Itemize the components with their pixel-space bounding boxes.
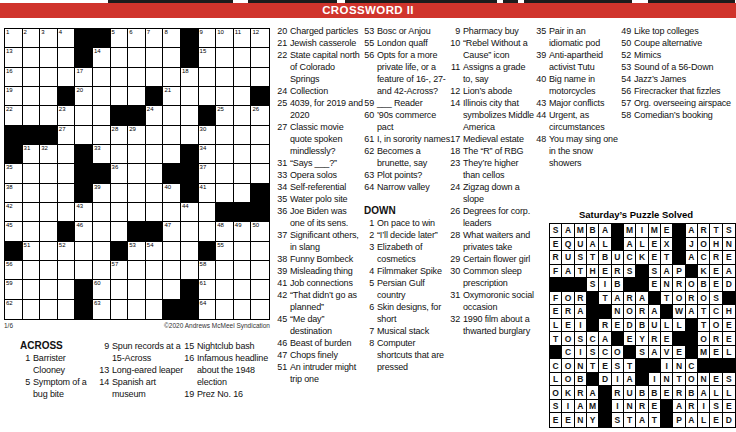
clue-number: 47 <box>277 349 290 361</box>
grid-cell-r7c8[interactable] <box>128 145 146 164</box>
cell-number: 12 <box>252 29 259 36</box>
cell-number: 8 <box>164 29 167 36</box>
grid-cell-r8c8[interactable] <box>128 164 146 183</box>
solved-cell-r7c1: E <box>550 305 562 319</box>
solved-cell-r12c10: N <box>661 373 673 387</box>
grid-cell-r12c12 <box>199 242 217 261</box>
grid-cell-r6c12[interactable]: 30 <box>199 126 217 145</box>
grid-cell-r7c7[interactable] <box>111 145 129 164</box>
grid-cell-r6c9[interactable] <box>146 126 164 145</box>
grid-cell-r8c4[interactable] <box>58 164 76 183</box>
cell-number: 31 <box>24 145 31 152</box>
grid-cell-r1c13[interactable]: 10 <box>216 29 234 48</box>
clue-number: 1 <box>20 352 33 376</box>
grid-cell-r6c3 <box>40 126 58 145</box>
grid-cell-r1c8[interactable]: 6 <box>128 29 146 48</box>
grid-cell-r15c9[interactable] <box>146 300 164 319</box>
grid-cell-r4c5[interactable]: 20 <box>75 87 93 106</box>
grid-cell-r6c14[interactable] <box>234 126 252 145</box>
clue-number: 12 <box>450 85 463 97</box>
grid-cell-r13c3[interactable] <box>40 261 58 280</box>
solved-cell-r10c7 <box>624 346 636 360</box>
grid-cell-r5c3[interactable] <box>40 106 58 125</box>
grid-cell-r7c9[interactable] <box>146 145 164 164</box>
grid-cell-r5c2[interactable] <box>23 106 41 125</box>
grid-cell-r13c14[interactable] <box>234 261 252 280</box>
grid-cell-r6c7[interactable]: 28 <box>111 126 129 145</box>
grid-cell-r15c13[interactable] <box>216 300 234 319</box>
solved-cell-r11c6: S <box>612 359 624 373</box>
clue-across-35: 35Water polo site <box>277 193 363 205</box>
solved-cell-r10c3: I <box>575 346 587 360</box>
clue-across-16: 16Infamous headline about the 1948 elect… <box>184 352 270 388</box>
solved-cell-r3c1: R <box>550 251 562 265</box>
grid-cell-r15c3[interactable] <box>40 300 58 319</box>
grid-cell-r5c10[interactable] <box>163 106 181 125</box>
grid-cell-r3c2[interactable] <box>23 68 41 87</box>
grid-cell-r10c10[interactable] <box>163 203 181 222</box>
grid-cell-r1c9[interactable]: 7 <box>146 29 164 48</box>
grid-cell-r11c11[interactable] <box>181 222 199 241</box>
clue-across-33: 33Opera solos <box>277 169 363 181</box>
grid-cell-r1c7[interactable]: 5 <box>111 29 129 48</box>
grid-cell-r10c8[interactable] <box>128 203 146 222</box>
grid-cell-r10c7[interactable] <box>111 203 129 222</box>
grid-cell-r5c1[interactable]: 22 <box>5 106 23 125</box>
clue-number: 50 <box>621 37 634 49</box>
grid-cell-r4c14[interactable] <box>234 87 252 106</box>
clue-number: 52 <box>621 49 634 61</box>
grid-cell-r8c13[interactable] <box>216 164 234 183</box>
clue-text: Common sleep prescription <box>463 265 537 289</box>
grid-cell-r13c4[interactable] <box>58 261 76 280</box>
clue-text: Classic movie quote spoken mindlessly? <box>290 121 363 157</box>
solved-cell-r13c7: U <box>624 386 636 400</box>
solved-cell-r15c9: T <box>649 413 661 427</box>
grid-cell-r3c3[interactable] <box>40 68 58 87</box>
grid-cell-r8c14[interactable] <box>234 164 252 183</box>
cell-number: 36 <box>112 164 119 171</box>
clue-down-9: 9Pharmacy buy <box>450 25 537 37</box>
clue-number: 31 <box>450 289 463 313</box>
clue-number: 63 <box>364 169 377 181</box>
cell-number: 37 <box>200 164 207 171</box>
grid-cell-r7c12[interactable]: 34 <box>199 145 217 164</box>
grid-cell-r9c1[interactable]: 38 <box>5 184 23 203</box>
grid-cell-r14c8[interactable] <box>128 280 146 299</box>
grid-cell-r2c2[interactable] <box>23 48 41 67</box>
grid-cell-r10c9[interactable] <box>146 203 164 222</box>
grid-cell-r8c3[interactable] <box>40 164 58 183</box>
grid-cell-r2c12[interactable]: 15 <box>199 48 217 67</box>
clue-text: Plot points? <box>377 169 451 181</box>
grid-cell-r5c14[interactable] <box>234 106 252 125</box>
clue-text: Anti-apartheid activist Tutu <box>549 49 622 73</box>
grid-cell-r14c13[interactable] <box>216 280 234 299</box>
grid-cell-r3c9[interactable] <box>146 68 164 87</box>
grid-cell-r12c4[interactable]: 52 <box>58 242 76 261</box>
clue-down-49: 49Like top colleges <box>621 25 735 37</box>
solved-cell-r6c11: O <box>673 292 685 306</box>
solved-cell-r5c14: E <box>710 278 722 292</box>
grid-cell-r4c10[interactable]: 21 <box>163 87 181 106</box>
grid-cell-r3c8[interactable] <box>128 68 146 87</box>
grid-cell-r13c5[interactable] <box>75 261 93 280</box>
solved-cell-r7c7: O <box>624 305 636 319</box>
solved-cell-r13c12: B <box>686 386 698 400</box>
grid-cell-r13c10[interactable] <box>163 261 181 280</box>
grid-cell-r10c2[interactable] <box>23 203 41 222</box>
solved-cell-r6c3: R <box>575 292 587 306</box>
grid-cell-r15c2[interactable] <box>23 300 41 319</box>
cell-number: 53 <box>129 242 136 249</box>
grid-cell-r14c1[interactable]: 59 <box>5 280 23 299</box>
grid-cell-r10c4[interactable] <box>58 203 76 222</box>
grid-cell-r14c3[interactable] <box>40 280 58 299</box>
grid-cell-r2c9[interactable] <box>146 48 164 67</box>
clue-number: 53 <box>621 61 634 73</box>
grid-cell-r12c8[interactable]: 53 <box>128 242 146 261</box>
grid-cell-r12c13[interactable]: 55 <box>216 242 234 261</box>
grid-cell-r5c5[interactable] <box>75 106 93 125</box>
grid-cell-r4c2[interactable] <box>23 87 41 106</box>
grid-cell-r10c3[interactable] <box>40 203 58 222</box>
grid-cell-r11c4 <box>58 222 76 241</box>
grid-cell-r13c2[interactable] <box>23 261 41 280</box>
grid-cell-r12c11[interactable] <box>181 242 199 261</box>
clue-text: Funny Bombeck <box>290 253 363 265</box>
grid-cell-r11c7[interactable] <box>111 222 129 241</box>
grid-cell-r2c1[interactable]: 13 <box>5 48 23 67</box>
clue-number: 64 <box>364 181 377 193</box>
solved-cell-r13c4: A <box>587 386 599 400</box>
clue-down-3: 3Elizabeth of cosmetics <box>364 241 451 265</box>
grid-cell-r14c4[interactable] <box>58 280 76 299</box>
clue-text: On pace to win <box>377 217 451 229</box>
clue-down-29: 29Certain flower girl <box>450 253 537 265</box>
grid-cell-r6c5[interactable] <box>75 126 93 145</box>
grid-cell-r2c6[interactable]: 14 <box>93 48 111 67</box>
grid-cell-r7c6[interactable]: 33 <box>93 145 111 164</box>
grid-cell-r6c6[interactable] <box>93 126 111 145</box>
grid-cell-r9c12[interactable]: 41 <box>199 184 217 203</box>
solved-cell-r4c2: A <box>562 265 574 279</box>
grid-cell-r5c11[interactable] <box>181 106 199 125</box>
cell-number: 10 <box>217 29 224 36</box>
grid-cell-r15c7[interactable] <box>111 300 129 319</box>
grid-cell-r9c9[interactable] <box>146 184 164 203</box>
grid-cell-r4c8[interactable] <box>128 87 146 106</box>
grid-cell-r14c15[interactable] <box>251 280 269 299</box>
grid-cell-r2c15[interactable] <box>251 48 269 67</box>
grid-cell-r5c9[interactable]: 24 <box>146 106 164 125</box>
grid-cell-r3c6[interactable] <box>93 68 111 87</box>
grid-cell-r14c14[interactable] <box>234 280 252 299</box>
clue-number: 33 <box>277 169 290 181</box>
grid-cell-r9c10[interactable]: 40 <box>163 184 181 203</box>
grid-cell-r10c1[interactable]: 42 <box>5 203 23 222</box>
grid-cell-r14c6[interactable]: 60 <box>93 280 111 299</box>
grid-cell-r3c10[interactable] <box>163 68 181 87</box>
grid-cell-r13c7[interactable]: 57 <box>111 261 129 280</box>
solved-cell-r1c1: S <box>550 224 562 238</box>
grid-cell-r3c4[interactable] <box>58 68 76 87</box>
grid-cell-r8c9[interactable] <box>146 164 164 183</box>
grid-cell-r7c11 <box>181 145 199 164</box>
grid-cell-r15c8[interactable] <box>128 300 146 319</box>
grid-cell-r10c5[interactable]: 43 <box>75 203 93 222</box>
solved-cell-r6c15 <box>723 292 735 306</box>
grid-cell-r8c15[interactable] <box>251 164 269 183</box>
grid-cell-r8c2[interactable] <box>23 164 41 183</box>
clue-text: Jazz’s James <box>634 73 735 85</box>
grid-cell-r8c12[interactable]: 37 <box>199 164 217 183</box>
grid-cell-r12c9[interactable]: 54 <box>146 242 164 261</box>
grid-cell-r3c5[interactable]: 17 <box>75 68 93 87</box>
grid-cell-r12c2[interactable]: 51 <box>23 242 41 261</box>
grid-cell-r4c13[interactable] <box>216 87 234 106</box>
cell-number: 39 <box>94 184 101 191</box>
grid-cell-r4c12[interactable] <box>199 87 217 106</box>
clue-text: Sound of a 56-Down <box>634 61 735 73</box>
solved-cell-r4c10: A <box>661 265 673 279</box>
grid-cell-r5c4[interactable]: 23 <box>58 106 76 125</box>
grid-cell-r6c8[interactable]: 29 <box>128 126 146 145</box>
grid-cell-r4c11[interactable] <box>181 87 199 106</box>
solved-cell-r2c14: H <box>710 238 722 252</box>
solved-cell-r8c14: O <box>710 319 722 333</box>
grid-cell-r4c3[interactable] <box>40 87 58 106</box>
grid-cell-r13c15[interactable] <box>251 261 269 280</box>
clue-down-39: 39Anti-apartheid activist Tutu <box>536 49 622 73</box>
grid-cell-r9c7[interactable] <box>111 184 129 203</box>
grid-cell-r3c7[interactable] <box>111 68 129 87</box>
grid-cell-r15c4[interactable] <box>58 300 76 319</box>
cell-number: 47 <box>164 222 171 229</box>
cell-number: 40 <box>164 184 171 191</box>
grid-cell-r6c11[interactable] <box>181 126 199 145</box>
clue-text: Self-referential <box>290 181 363 193</box>
grid-cell-r15c12[interactable]: 64 <box>199 300 217 319</box>
grid-cell-r2c3[interactable] <box>40 48 58 67</box>
cell-number: 3 <box>41 29 44 36</box>
grid-cell-r10c12[interactable] <box>199 203 217 222</box>
grid-cell-r9c2[interactable] <box>23 184 41 203</box>
grid-cell-r12c3[interactable] <box>40 242 58 261</box>
grid-cell-r1c2[interactable]: 2 <box>23 29 41 48</box>
clue-down-11: 11Assigns a grade to, say <box>450 61 537 85</box>
grid-cell-r1c10[interactable]: 8 <box>163 29 181 48</box>
solved-cell-r14c11: A <box>673 400 685 414</box>
grid-cell-r14c12[interactable]: 61 <box>199 280 217 299</box>
clue-number: 14 <box>99 376 112 400</box>
grid-cell-r14c7[interactable] <box>111 280 129 299</box>
clue-number: 2 <box>364 229 377 241</box>
solved-cell-r12c8 <box>636 373 648 387</box>
solved-cell-r3c11 <box>673 251 685 265</box>
grid-cell-r9c4[interactable] <box>58 184 76 203</box>
grid-cell-r13c12[interactable]: 58 <box>199 261 217 280</box>
grid-cell-r2c10[interactable] <box>163 48 181 67</box>
solved-cell-r2c2: Q <box>562 238 574 252</box>
grid-cell-r1c3[interactable]: 3 <box>40 29 58 48</box>
grid-cell-r10c11[interactable]: 44 <box>181 203 199 222</box>
grid-cell-r13c6[interactable] <box>93 261 111 280</box>
grid-cell-r11c1[interactable]: 45 <box>5 222 23 241</box>
grid-cell-r15c1[interactable]: 62 <box>5 300 23 319</box>
grid-cell-r1c15[interactable]: 12 <box>251 29 269 48</box>
solved-puzzle-grid: SAMBAMIMEARTSEQUALALEXJOHNRUSTBUCKETACRE… <box>549 223 736 428</box>
grid-cell-r1c1[interactable]: 1 <box>5 29 23 48</box>
grid-cell-r14c2[interactable] <box>23 280 41 299</box>
grid-cell-r4c7[interactable] <box>111 87 129 106</box>
grid-cell-r6c13[interactable] <box>216 126 234 145</box>
clue-text: An intruder might trip one <box>290 361 363 385</box>
clue-across-42: 42“That didn’t go as planned” <box>277 289 363 313</box>
solved-cell-r5c5: I <box>599 278 611 292</box>
solved-cell-r2c8: L <box>636 238 648 252</box>
grid-cell-r13c13[interactable] <box>216 261 234 280</box>
grid-cell-r11c15[interactable]: 50 <box>251 222 269 241</box>
solved-cell-r8c6: E <box>612 319 624 333</box>
solved-cell-r14c9: E <box>649 400 661 414</box>
grid-cell-r6c4[interactable]: 27 <box>58 126 76 145</box>
grid-cell-r6c10[interactable] <box>163 126 181 145</box>
solved-cell-r11c15 <box>723 359 735 373</box>
solved-cell-r1c10: E <box>661 224 673 238</box>
grid-cell-r14c10[interactable] <box>163 280 181 299</box>
clue-text: Mimics <box>634 49 735 61</box>
grid-cell-r5c13[interactable]: 25 <box>216 106 234 125</box>
grid-cell-r8c7[interactable]: 36 <box>111 164 129 183</box>
grid-cell-r7c2[interactable]: 31 <box>23 145 41 164</box>
solved-cell-r13c9: B <box>649 386 661 400</box>
grid-cell-r12c14[interactable] <box>234 242 252 261</box>
grid-cell-r2c8[interactable] <box>128 48 146 67</box>
solved-cell-r9c10: E <box>661 332 673 346</box>
grid-cell-r3c14[interactable] <box>234 68 252 87</box>
grid-cell-r9c8[interactable] <box>128 184 146 203</box>
grid-cell-r7c10[interactable] <box>163 145 181 164</box>
grid-cell-r15c11 <box>181 300 199 319</box>
solved-cell-r5c15: D <box>723 278 735 292</box>
grid-cell-r1c12[interactable]: 9 <box>199 29 217 48</box>
solved-cell-r4c1: F <box>550 265 562 279</box>
grid-cell-r9c3[interactable] <box>40 184 58 203</box>
solved-cell-r6c1: F <box>550 292 562 306</box>
solved-cell-r5c8 <box>636 278 648 292</box>
clue-across-60: 60’90s commerce pact <box>364 109 451 133</box>
clue-number: 55 <box>364 37 377 49</box>
grid-cell-r13c11[interactable] <box>181 261 199 280</box>
solved-cell-r15c1: E <box>550 413 562 427</box>
clue-number: 49 <box>621 25 634 37</box>
clue-text: Major conflicts <box>549 97 622 109</box>
puzzle-grid[interactable]: 1234567891011121314151617181920212223242… <box>4 28 270 320</box>
grid-cell-r4c1[interactable]: 19 <box>5 87 23 106</box>
grid-cell-r3c13[interactable] <box>216 68 234 87</box>
grid-cell-r7c13[interactable] <box>216 145 234 164</box>
grid-cell-r7c4[interactable] <box>58 145 76 164</box>
grid-cell-r11c12[interactable] <box>199 222 217 241</box>
grid-cell-r11c3[interactable] <box>40 222 58 241</box>
clue-text: Zigzag down a slope <box>463 181 537 205</box>
grid-cell-r15c6[interactable]: 63 <box>93 300 111 319</box>
clue-down-44: 44Urgent, as circumstances <box>536 109 622 133</box>
clue-number: 8 <box>364 337 377 373</box>
grid-cell-r8c1[interactable]: 35 <box>5 164 23 183</box>
grid-cell-r4c6[interactable] <box>93 87 111 106</box>
grid-cell-r11c14[interactable]: 49 <box>234 222 252 241</box>
solved-cell-r13c11: R <box>673 386 685 400</box>
grid-cell-r14c9[interactable] <box>146 280 164 299</box>
clue-text: Musical stack <box>377 325 451 337</box>
grid-cell-r3c11[interactable]: 18 <box>181 68 199 87</box>
grid-cell-r11c2[interactable] <box>23 222 41 241</box>
grid-cell-r3c15[interactable] <box>251 68 269 87</box>
grid-cell-r1c14[interactable]: 11 <box>234 29 252 48</box>
grid-cell-r6c15[interactable] <box>251 126 269 145</box>
grid-cell-r7c14[interactable] <box>234 145 252 164</box>
cell-number: 56 <box>6 261 13 268</box>
solved-puzzle-title: Saturday’s Puzzle Solved <box>536 209 736 220</box>
clue-across-55: 55London quaff <box>364 37 451 49</box>
solved-cell-r8c8: B <box>636 319 648 333</box>
clue-number: 62 <box>364 145 377 169</box>
cell-number: 62 <box>6 300 13 307</box>
grid-cell-r11c5[interactable]: 46 <box>75 222 93 241</box>
solved-cell-r6c4 <box>587 292 599 306</box>
grid-cell-r11c10[interactable]: 47 <box>163 222 181 241</box>
grid-cell-r13c1[interactable]: 56 <box>5 261 23 280</box>
grid-cell-r2c4[interactable] <box>58 48 76 67</box>
clue-text: Significant others, in slang <box>290 229 363 253</box>
clue-text: Infamous headline about the 1948 electio… <box>197 352 270 388</box>
grid-cell-r12c6[interactable] <box>93 242 111 261</box>
solved-cell-r4c15: A <box>723 265 735 279</box>
grid-cell-r13c9[interactable] <box>146 261 164 280</box>
grid-cell-r5c6[interactable] <box>93 106 111 125</box>
solved-cell-r2c11 <box>673 238 685 252</box>
grid-cell-r15c14[interactable] <box>234 300 252 319</box>
grid-cell-r2c13[interactable] <box>216 48 234 67</box>
grid-cell-r9c13[interactable] <box>216 184 234 203</box>
grid-cell-r10c6[interactable] <box>93 203 111 222</box>
grid-cell-r7c15[interactable] <box>251 145 269 164</box>
grid-cell-r2c14[interactable] <box>234 48 252 67</box>
grid-cell-r2c7[interactable] <box>111 48 129 67</box>
solved-cell-r15c3: N <box>575 413 587 427</box>
grid-cell-r9c14[interactable] <box>234 184 252 203</box>
grid-cell-r12c15[interactable] <box>251 242 269 261</box>
clue-text: Filmmaker Spike <box>377 265 451 277</box>
grid-cell-r12c10[interactable] <box>163 242 181 261</box>
grid-cell-r11c6[interactable] <box>93 222 111 241</box>
grid-cell-r12c5[interactable] <box>75 242 93 261</box>
grid-cell-r5c12 <box>199 106 217 125</box>
grid-cell-r3c12[interactable] <box>199 68 217 87</box>
grid-cell-r7c3[interactable]: 32 <box>40 145 58 164</box>
grid-cell-r3c1[interactable]: 16 <box>5 68 23 87</box>
grid-cell-r1c4[interactable]: 4 <box>58 29 76 48</box>
grid-cell-r11c13[interactable]: 48 <box>216 222 234 241</box>
grid-cell-r5c15[interactable]: 26 <box>251 106 269 125</box>
clue-number: 9 <box>99 340 112 364</box>
grid-cell-r9c6[interactable]: 39 <box>93 184 111 203</box>
grid-cell-r15c15[interactable] <box>251 300 269 319</box>
grid-cell-r13c8[interactable] <box>128 261 146 280</box>
solved-cell-r9c12 <box>686 332 698 346</box>
